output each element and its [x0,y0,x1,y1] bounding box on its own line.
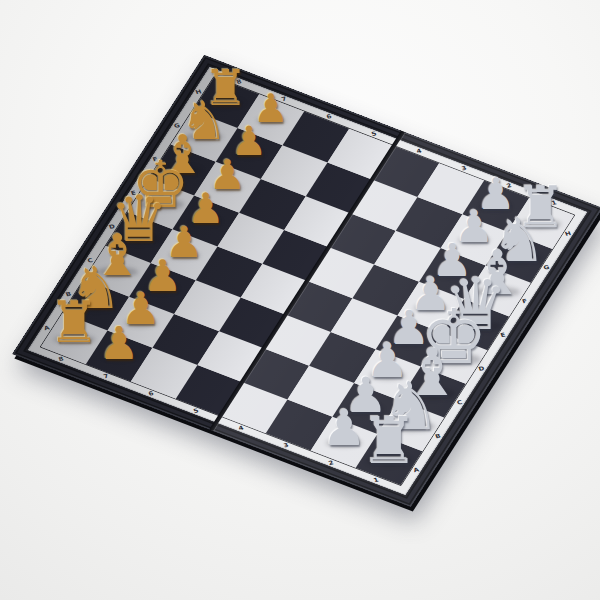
photo-stage: AA88BB77CC66DD55EE44FF33GG22HH11 ♜♞♝♛♚♝♞… [0,0,600,600]
piece-gold-pawn-a7[interactable]: ♟ [92,321,146,366]
piece-silver-rook-a1[interactable]: ♜ [350,409,428,474]
